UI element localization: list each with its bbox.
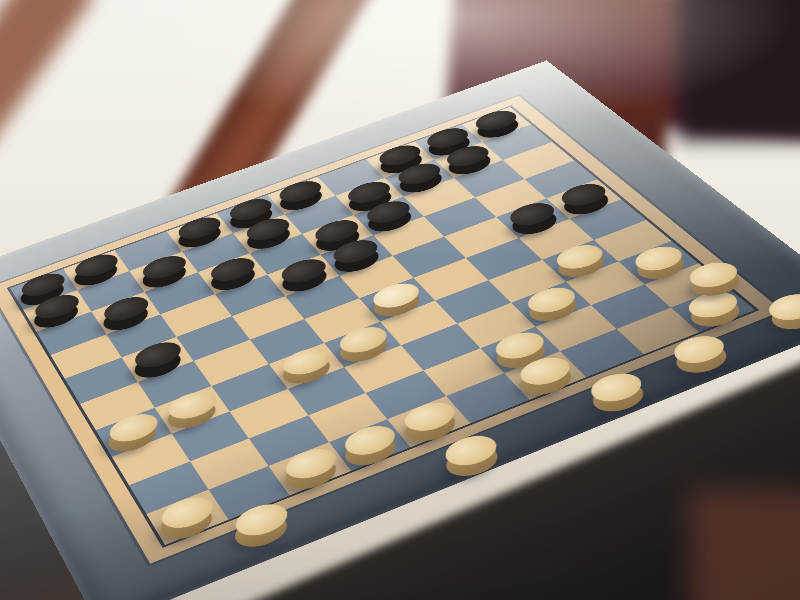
light-piece-margin-4[interactable]: ⛀ bbox=[582, 373, 649, 412]
chair-shadow-top-right bbox=[678, 0, 800, 140]
foreground-maroon-corner bbox=[690, 490, 800, 600]
light-piece-margin-2[interactable]: ⛀ bbox=[760, 293, 800, 329]
light-piece-margin-5[interactable]: ⛀ bbox=[437, 435, 504, 477]
photo-scene: ⛂⛂⛂⛂⛂⛂⛂⛂⛂⛂⛂⛂⛂⛂⛂⛂⛂⛂⛂⛂⛂⛂⛂⛀⛀⛀⛀⛀⛀⛀⛀⛀⛀⛀⛀⛀⛀⛀⛀⛀… bbox=[0, 0, 800, 600]
draughts-board: ⛂⛂⛂⛂⛂⛂⛂⛂⛂⛂⛂⛂⛂⛂⛂⛂⛂⛂⛂⛂⛂⛂⛂⛀⛀⛀⛀⛀⛀⛀⛀⛀⛀⛀⛀⛀⛀⛀⛀⛀… bbox=[0, 60, 800, 600]
chair-leg-corner bbox=[0, 0, 96, 157]
